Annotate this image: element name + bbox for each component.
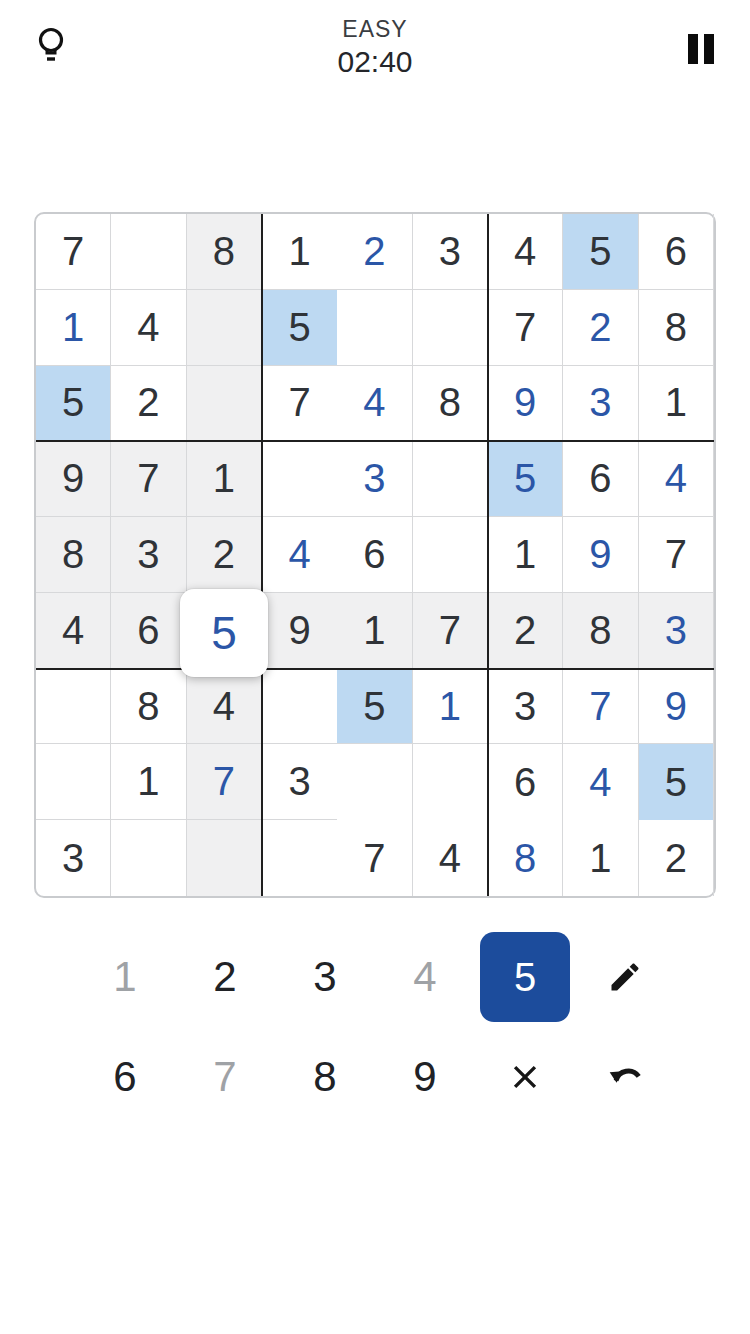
cell-r3c3[interactable] [187,366,262,442]
cell-r4c1[interactable]: 9 [36,441,111,517]
cell-r7c8[interactable]: 7 [563,669,638,745]
box-divider-vertical-1 [261,214,263,896]
pause-icon [685,53,717,68]
numpad-key-8[interactable]: 8 [275,1027,375,1127]
cell-r3c8[interactable]: 3 [563,366,638,442]
cell-r5c5[interactable]: 6 [337,517,412,593]
cell-r9c6[interactable]: 4 [413,820,488,896]
cell-r9c9[interactable]: 2 [639,820,714,896]
cell-r1c4[interactable]: 1 [262,214,337,290]
erase-button[interactable] [475,1027,575,1127]
cell-r2c3[interactable] [187,290,262,366]
timer: 02:40 [0,43,750,80]
numpad-key-4[interactable]: 4 [375,927,475,1027]
cell-r8c2[interactable]: 1 [111,744,186,820]
cell-r6c1[interactable]: 4 [36,593,111,669]
box-divider-vertical-2 [487,214,489,896]
number-pad: 123456789 [75,927,675,1127]
cell-r7c2[interactable]: 8 [111,669,186,745]
cell-r9c8[interactable]: 1 [563,820,638,896]
cell-r5c8[interactable]: 9 [563,517,638,593]
cell-r1c7[interactable]: 4 [488,214,563,290]
undo-icon [606,1058,644,1096]
cell-r9c2[interactable] [111,820,186,896]
cell-r3c2[interactable]: 2 [111,366,186,442]
cell-r3c1[interactable]: 5 [36,366,111,442]
numpad-key-2[interactable]: 2 [175,927,275,1027]
cell-r6c5[interactable]: 1 [337,593,412,669]
cell-r5c6[interactable] [413,517,488,593]
cell-r5c1[interactable]: 8 [36,517,111,593]
cell-r4c5[interactable]: 3 [337,441,412,517]
cell-r2c8[interactable]: 2 [563,290,638,366]
cell-r8c7[interactable]: 6 [488,744,563,820]
cell-r2c9[interactable]: 8 [639,290,714,366]
numpad-key-5[interactable]: 5 [480,932,570,1022]
cell-r8c4[interactable]: 3 [262,744,337,820]
numpad-key-3[interactable]: 3 [275,927,375,1027]
cell-r8c6[interactable] [413,744,488,820]
cell-r5c4[interactable]: 4 [262,517,337,593]
cell-r3c4[interactable]: 7 [262,366,337,442]
cell-r6c7[interactable]: 2 [488,593,563,669]
cell-r6c9[interactable]: 3 [639,593,714,669]
cell-r4c7[interactable]: 5 [488,441,563,517]
cell-r7c1[interactable] [36,669,111,745]
cell-r3c9[interactable]: 1 [639,366,714,442]
cell-r1c8[interactable]: 5 [563,214,638,290]
cell-r7c3[interactable]: 4 [187,669,262,745]
cell-r9c5[interactable]: 7 [337,820,412,896]
cell-r8c8[interactable]: 4 [563,744,638,820]
erase-icon [508,1060,542,1094]
cell-r4c4[interactable] [262,441,337,517]
cell-r9c7[interactable]: 8 [488,820,563,896]
numpad-key-1[interactable]: 1 [75,927,175,1027]
cell-r6c2[interactable]: 6 [111,593,186,669]
cell-r8c5[interactable] [337,744,412,820]
cell-r1c1[interactable]: 7 [36,214,111,290]
cell-r6c6[interactable]: 7 [413,593,488,669]
cell-r7c9[interactable]: 9 [639,669,714,745]
box-divider-horizontal-1 [36,440,714,442]
undo-button[interactable] [575,1027,675,1127]
cell-r3c7[interactable]: 9 [488,366,563,442]
cell-r6c4[interactable]: 9 [262,593,337,669]
cell-r7c7[interactable]: 3 [488,669,563,745]
cell-r7c5[interactable]: 5 [337,669,412,745]
cell-r3c5[interactable]: 4 [337,366,412,442]
cell-r1c6[interactable]: 3 [413,214,488,290]
cell-r6c8[interactable]: 8 [563,593,638,669]
cell-r2c7[interactable]: 7 [488,290,563,366]
difficulty-label: EASY [0,16,750,43]
cell-r3c6[interactable]: 8 [413,366,488,442]
cell-r9c4[interactable] [262,820,337,896]
cell-r2c5[interactable] [337,290,412,366]
cell-r8c1[interactable] [36,744,111,820]
cell-r2c4[interactable]: 5 [262,290,337,366]
cell-r1c9[interactable]: 6 [639,214,714,290]
cell-r4c2[interactable]: 7 [111,441,186,517]
numpad-key-9[interactable]: 9 [375,1027,475,1127]
pause-button[interactable] [684,33,718,67]
cell-r1c2[interactable] [111,214,186,290]
cell-r5c3[interactable]: 2 [187,517,262,593]
cell-r4c8[interactable]: 6 [563,441,638,517]
game-status: EASY 02:40 [0,16,750,80]
cell-r1c5[interactable]: 2 [337,214,412,290]
cell-r9c3[interactable] [187,820,262,896]
cell-r7c6[interactable]: 1 [413,669,488,745]
sudoku-board: 5 78123456145728527489319713564832461974… [34,212,716,898]
pencil-button[interactable] [575,927,675,1027]
cell-r4c3[interactable]: 1 [187,441,262,517]
box-divider-horizontal-2 [36,668,714,670]
cell-r9c1[interactable]: 3 [36,820,111,896]
cell-r2c1[interactable]: 1 [36,290,111,366]
numpad-key-6[interactable]: 6 [75,1027,175,1127]
selected-cell-popup[interactable]: 5 [180,589,268,677]
cell-r5c7[interactable]: 1 [488,517,563,593]
cell-r7c4[interactable] [262,669,337,745]
cell-r2c2[interactable]: 4 [111,290,186,366]
pencil-icon [607,959,643,995]
cell-r5c2[interactable]: 3 [111,517,186,593]
cell-r8c3[interactable]: 7 [187,744,262,820]
cell-r4c6[interactable] [413,441,488,517]
cell-r4c9[interactable]: 4 [639,441,714,517]
cell-r1c3[interactable]: 8 [187,214,262,290]
cell-r5c9[interactable]: 7 [639,517,714,593]
numpad-key-7[interactable]: 7 [175,1027,275,1127]
cell-r2c6[interactable] [413,290,488,366]
cell-r8c9[interactable]: 5 [639,744,714,820]
